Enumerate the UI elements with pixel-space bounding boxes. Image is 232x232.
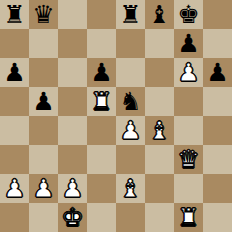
piece-black-rook: ♜ [119,0,141,29]
square-b5[interactable]: ♟ [29,87,58,116]
square-c7[interactable] [58,29,87,58]
piece-white-queen: ♛ [177,145,199,174]
square-d3[interactable] [87,145,116,174]
square-e1[interactable] [116,203,145,232]
square-g5[interactable] [174,87,203,116]
square-g7[interactable]: ♟ [174,29,203,58]
square-d5[interactable]: ♜ [87,87,116,116]
square-d6[interactable]: ♟ [87,58,116,87]
square-b3[interactable] [29,145,58,174]
piece-black-knight: ♞ [119,87,141,116]
piece-black-queen: ♛ [32,0,54,29]
square-e4[interactable]: ♟ [116,116,145,145]
piece-black-pawn: ♟ [32,87,54,116]
square-d4[interactable] [87,116,116,145]
piece-black-pawn: ♟ [177,29,199,58]
square-c5[interactable] [58,87,87,116]
square-g3[interactable]: ♛ [174,145,203,174]
piece-black-pawn: ♟ [90,58,112,87]
square-a1[interactable] [0,203,29,232]
piece-black-rook: ♜ [3,0,25,29]
piece-white-bishop: ♝ [119,174,141,203]
square-f3[interactable] [145,145,174,174]
square-e6[interactable] [116,58,145,87]
square-b7[interactable] [29,29,58,58]
square-a7[interactable] [0,29,29,58]
piece-white-rook: ♜ [90,87,112,116]
square-f7[interactable] [145,29,174,58]
square-b2[interactable]: ♟ [29,174,58,203]
square-h6[interactable]: ♟ [203,58,232,87]
piece-white-pawn: ♟ [177,58,199,87]
piece-white-rook: ♜ [177,203,199,232]
square-c2[interactable]: ♟ [58,174,87,203]
piece-white-bishop: ♝ [148,116,170,145]
square-d2[interactable] [87,174,116,203]
piece-black-pawn: ♟ [3,58,25,87]
square-a6[interactable]: ♟ [0,58,29,87]
piece-white-pawn: ♟ [3,174,25,203]
square-a4[interactable] [0,116,29,145]
square-a8[interactable]: ♜ [0,0,29,29]
square-h4[interactable] [203,116,232,145]
square-e7[interactable] [116,29,145,58]
square-e2[interactable]: ♝ [116,174,145,203]
square-c4[interactable] [58,116,87,145]
piece-black-bishop: ♝ [148,0,170,29]
square-b1[interactable] [29,203,58,232]
square-g4[interactable] [174,116,203,145]
piece-white-pawn: ♟ [119,116,141,145]
square-h1[interactable] [203,203,232,232]
square-f5[interactable] [145,87,174,116]
piece-white-king: ♚ [61,203,83,232]
square-a3[interactable] [0,145,29,174]
square-h3[interactable] [203,145,232,174]
piece-white-pawn: ♟ [32,174,54,203]
square-f6[interactable] [145,58,174,87]
square-g2[interactable] [174,174,203,203]
square-c6[interactable] [58,58,87,87]
square-g6[interactable]: ♟ [174,58,203,87]
square-c1[interactable]: ♚ [58,203,87,232]
square-a2[interactable]: ♟ [0,174,29,203]
piece-black-pawn: ♟ [206,58,228,87]
square-d7[interactable] [87,29,116,58]
piece-black-king: ♚ [177,0,199,29]
square-b6[interactable] [29,58,58,87]
square-g8[interactable]: ♚ [174,0,203,29]
piece-white-pawn: ♟ [61,174,83,203]
square-a5[interactable] [0,87,29,116]
square-c3[interactable] [58,145,87,174]
square-e8[interactable]: ♜ [116,0,145,29]
square-f8[interactable]: ♝ [145,0,174,29]
square-e3[interactable] [116,145,145,174]
square-f4[interactable]: ♝ [145,116,174,145]
square-c8[interactable] [58,0,87,29]
square-h2[interactable] [203,174,232,203]
square-f1[interactable] [145,203,174,232]
square-e5[interactable]: ♞ [116,87,145,116]
chess-board: ♜♛♜♝♚♟♟♟♟♟♟♜♞♟♝♛♟♟♟♝♚♜ [0,0,232,232]
square-g1[interactable]: ♜ [174,203,203,232]
square-h8[interactable] [203,0,232,29]
square-d8[interactable] [87,0,116,29]
square-h7[interactable] [203,29,232,58]
square-d1[interactable] [87,203,116,232]
square-h5[interactable] [203,87,232,116]
square-f2[interactable] [145,174,174,203]
square-b4[interactable] [29,116,58,145]
square-b8[interactable]: ♛ [29,0,58,29]
